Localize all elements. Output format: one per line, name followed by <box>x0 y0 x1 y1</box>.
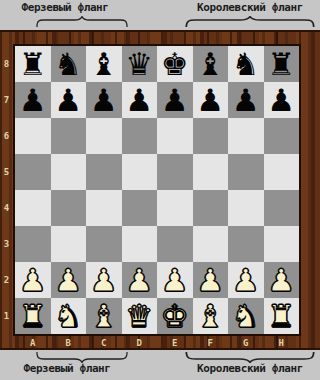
square-d5[interactable] <box>122 154 158 190</box>
piece-white-bishop[interactable]: ♝ <box>196 298 224 334</box>
square-f8[interactable]: ♝ <box>193 46 229 82</box>
square-c3[interactable] <box>86 226 122 262</box>
rank-label-3: 3 <box>0 226 13 262</box>
kingside-label-top: Королевский фланг <box>197 1 303 14</box>
square-c2[interactable]: ♟ <box>86 262 122 298</box>
square-a2[interactable]: ♟ <box>15 262 51 298</box>
square-f2[interactable]: ♟ <box>193 262 229 298</box>
square-a6[interactable] <box>15 118 51 154</box>
piece-white-pawn[interactable]: ♟ <box>267 262 295 298</box>
square-h4[interactable] <box>264 190 300 226</box>
kingside-brace-top-icon <box>185 16 315 28</box>
piece-white-pawn[interactable]: ♟ <box>196 262 224 298</box>
piece-white-pawn[interactable]: ♟ <box>125 262 153 298</box>
piece-white-pawn[interactable]: ♟ <box>19 262 47 298</box>
square-a4[interactable] <box>15 190 51 226</box>
square-e1[interactable]: ♚ <box>157 298 193 334</box>
piece-black-rook[interactable]: ♜ <box>267 46 295 82</box>
square-e5[interactable] <box>157 154 193 190</box>
file-label-c: C <box>86 336 122 349</box>
queenside-label-bottom: Ферзевый фланг <box>23 362 110 375</box>
piece-black-queen[interactable]: ♛ <box>125 46 153 82</box>
square-f4[interactable] <box>193 190 229 226</box>
square-a1[interactable]: ♜ <box>15 298 51 334</box>
square-e3[interactable] <box>157 226 193 262</box>
file-label-h: H <box>264 336 300 349</box>
queenside-brace-top-icon <box>36 16 128 28</box>
square-g8[interactable]: ♞ <box>228 46 264 82</box>
square-a8[interactable]: ♜ <box>15 46 51 82</box>
square-h5[interactable] <box>264 154 300 190</box>
file-labels: ABCDEFGH <box>15 336 299 349</box>
square-d3[interactable] <box>122 226 158 262</box>
piece-white-pawn[interactable]: ♟ <box>232 262 260 298</box>
piece-black-pawn[interactable]: ♟ <box>54 82 82 118</box>
square-h8[interactable]: ♜ <box>264 46 300 82</box>
rank-label-2: 2 <box>0 262 13 298</box>
piece-white-pawn[interactable]: ♟ <box>90 262 118 298</box>
file-label-a: A <box>15 336 51 349</box>
square-g2[interactable]: ♟ <box>228 262 264 298</box>
chess-diagram: Ферзевый фланг Королевский фланг 8765432… <box>0 0 320 380</box>
square-b4[interactable] <box>51 190 87 226</box>
square-d6[interactable] <box>122 118 158 154</box>
piece-black-pawn[interactable]: ♟ <box>125 82 153 118</box>
square-d7[interactable]: ♟ <box>122 82 158 118</box>
square-b3[interactable] <box>51 226 87 262</box>
piece-black-bishop[interactable]: ♝ <box>90 46 118 82</box>
square-c4[interactable] <box>86 190 122 226</box>
piece-black-bishop[interactable]: ♝ <box>196 46 224 82</box>
piece-black-rook[interactable]: ♜ <box>19 46 47 82</box>
square-g1[interactable]: ♞ <box>228 298 264 334</box>
square-b5[interactable] <box>51 154 87 190</box>
piece-black-pawn[interactable]: ♟ <box>267 82 295 118</box>
file-label-g: G <box>228 336 264 349</box>
piece-black-pawn[interactable]: ♟ <box>196 82 224 118</box>
square-b7[interactable]: ♟ <box>51 82 87 118</box>
piece-black-king[interactable]: ♚ <box>161 46 189 82</box>
square-e2[interactable]: ♟ <box>157 262 193 298</box>
square-c5[interactable] <box>86 154 122 190</box>
piece-white-pawn[interactable]: ♟ <box>161 262 189 298</box>
piece-black-knight[interactable]: ♞ <box>232 46 260 82</box>
queenside-label-top: Ферзевый фланг <box>21 1 108 14</box>
piece-white-queen[interactable]: ♛ <box>125 298 153 334</box>
square-f5[interactable] <box>193 154 229 190</box>
square-h6[interactable] <box>264 118 300 154</box>
kingside-label-bottom: Королевский фланг <box>197 362 303 375</box>
square-c7[interactable]: ♟ <box>86 82 122 118</box>
square-g4[interactable] <box>228 190 264 226</box>
piece-black-knight[interactable]: ♞ <box>54 46 82 82</box>
square-a7[interactable]: ♟ <box>15 82 51 118</box>
square-e4[interactable] <box>157 190 193 226</box>
square-c1[interactable]: ♝ <box>86 298 122 334</box>
square-b8[interactable]: ♞ <box>51 46 87 82</box>
square-b2[interactable]: ♟ <box>51 262 87 298</box>
file-label-b: B <box>51 336 87 349</box>
piece-black-pawn[interactable]: ♟ <box>19 82 47 118</box>
piece-white-knight[interactable]: ♞ <box>232 298 260 334</box>
square-h7[interactable]: ♟ <box>264 82 300 118</box>
square-e6[interactable] <box>157 118 193 154</box>
rank-label-1: 1 <box>0 298 13 334</box>
square-a5[interactable] <box>15 154 51 190</box>
square-g6[interactable] <box>228 118 264 154</box>
rank-label-8: 8 <box>0 46 13 82</box>
piece-white-rook[interactable]: ♜ <box>267 298 295 334</box>
square-e8[interactable]: ♚ <box>157 46 193 82</box>
rank-labels: 87654321 <box>0 46 13 334</box>
chess-board: ♜♞♝♛♚♝♞♜♟♟♟♟♟♟♟♟♟♟♟♟♟♟♟♟♜♞♝♛♚♝♞♜ <box>13 44 301 336</box>
square-f7[interactable]: ♟ <box>193 82 229 118</box>
square-d8[interactable]: ♛ <box>122 46 158 82</box>
square-h2[interactable]: ♟ <box>264 262 300 298</box>
piece-black-pawn[interactable]: ♟ <box>161 82 189 118</box>
piece-white-knight[interactable]: ♞ <box>54 298 82 334</box>
square-e7[interactable]: ♟ <box>157 82 193 118</box>
rank-label-6: 6 <box>0 118 13 154</box>
square-h1[interactable]: ♜ <box>264 298 300 334</box>
square-h3[interactable] <box>264 226 300 262</box>
piece-black-pawn[interactable]: ♟ <box>232 82 260 118</box>
square-b1[interactable]: ♞ <box>51 298 87 334</box>
square-g5[interactable] <box>228 154 264 190</box>
rank-label-4: 4 <box>0 190 13 226</box>
piece-white-pawn[interactable]: ♟ <box>54 262 82 298</box>
square-c6[interactable] <box>86 118 122 154</box>
file-label-e: E <box>157 336 193 349</box>
rank-label-5: 5 <box>0 154 13 190</box>
square-a3[interactable] <box>15 226 51 262</box>
square-g7[interactable]: ♟ <box>228 82 264 118</box>
square-d2[interactable]: ♟ <box>122 262 158 298</box>
piece-black-pawn[interactable]: ♟ <box>90 82 118 118</box>
square-d4[interactable] <box>122 190 158 226</box>
piece-white-rook[interactable]: ♜ <box>19 298 47 334</box>
square-f6[interactable] <box>193 118 229 154</box>
file-label-d: D <box>122 336 158 349</box>
rank-label-7: 7 <box>0 82 13 118</box>
piece-white-bishop[interactable]: ♝ <box>90 298 118 334</box>
square-b6[interactable] <box>51 118 87 154</box>
square-f1[interactable]: ♝ <box>193 298 229 334</box>
square-g3[interactable] <box>228 226 264 262</box>
piece-white-king[interactable]: ♚ <box>161 298 189 334</box>
square-c8[interactable]: ♝ <box>86 46 122 82</box>
square-d1[interactable]: ♛ <box>122 298 158 334</box>
file-label-f: F <box>193 336 229 349</box>
square-f3[interactable] <box>193 226 229 262</box>
